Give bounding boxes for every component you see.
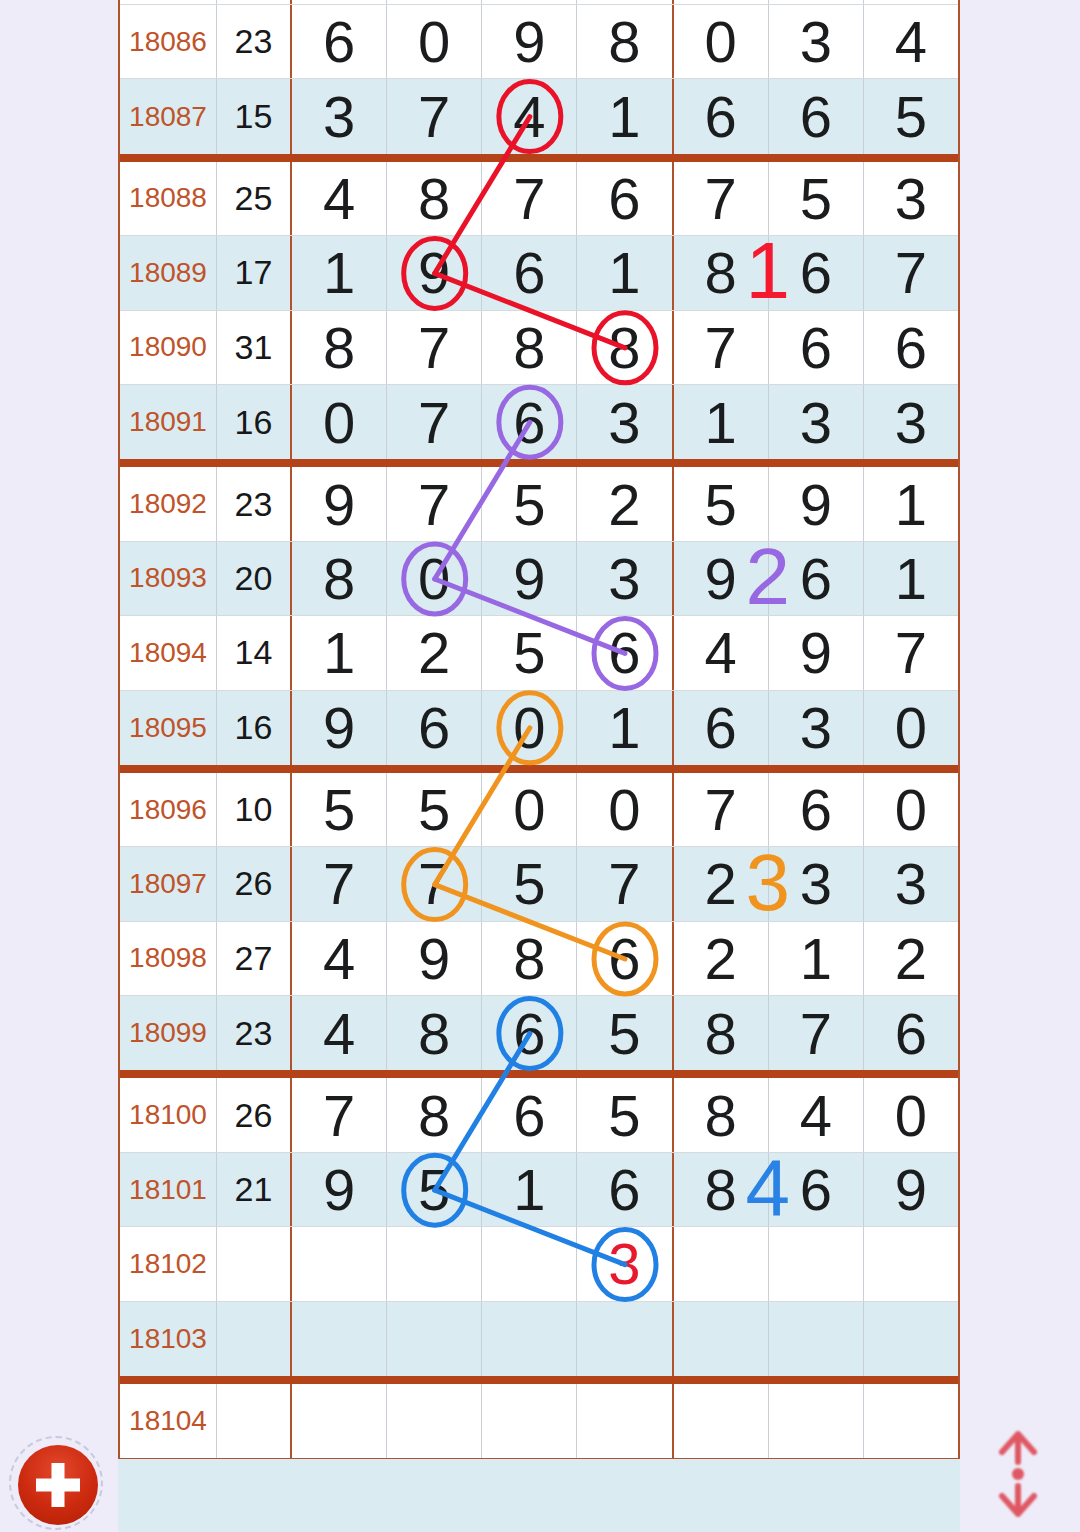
digit-cell: 1 bbox=[864, 542, 958, 615]
row-18103: 18103 bbox=[120, 1302, 958, 1376]
issue-cell: 18104 bbox=[120, 1384, 217, 1458]
issue-cell: 18095 bbox=[120, 691, 217, 765]
digit-cell: 1 bbox=[482, 1153, 577, 1226]
digit-cell: 7 bbox=[387, 847, 482, 920]
digit-cell bbox=[674, 1302, 769, 1376]
row-18095: 18095169601630 bbox=[120, 691, 958, 765]
digit-cell: 6 bbox=[674, 691, 769, 765]
digit-cell: 9 bbox=[769, 616, 864, 689]
row-18104: 18104 bbox=[120, 1384, 958, 1458]
row-18093: 18093208093961 bbox=[120, 542, 958, 616]
digit-cell: 3 bbox=[864, 162, 958, 235]
row-18092: 18092239752591 bbox=[120, 467, 958, 541]
digit-cell bbox=[769, 1227, 864, 1300]
digit-cell: 8 bbox=[674, 236, 769, 309]
digit-cell: 7 bbox=[387, 79, 482, 153]
digit-cell: 6 bbox=[769, 773, 864, 846]
digit-cell bbox=[769, 1302, 864, 1376]
digit-cell bbox=[482, 1227, 577, 1300]
digit-cell bbox=[864, 1227, 958, 1300]
digit-cell bbox=[577, 1384, 673, 1458]
digit-cell: 8 bbox=[387, 996, 482, 1070]
digit-cell bbox=[674, 1227, 769, 1300]
digit-cell: 3 bbox=[769, 385, 864, 459]
digit-cell bbox=[387, 1384, 482, 1458]
sum-cell: 10 bbox=[217, 773, 292, 846]
digit-cell: 7 bbox=[864, 616, 958, 689]
digit-cell: 1 bbox=[292, 236, 387, 309]
digit-cell: 6 bbox=[292, 5, 387, 78]
digit-cell bbox=[482, 0, 577, 4]
digit-cell: 3 bbox=[769, 847, 864, 920]
period-separator bbox=[120, 459, 958, 467]
trend-table: 1808623609803418087153741665180882548767… bbox=[118, 0, 960, 1460]
digit-cell: 9 bbox=[482, 5, 577, 78]
digit-cell: 3 bbox=[577, 1227, 673, 1300]
digit-cell: 7 bbox=[387, 311, 482, 384]
digit-cell: 3 bbox=[864, 847, 958, 920]
digit-cell: 2 bbox=[674, 847, 769, 920]
digit-cell: 7 bbox=[387, 467, 482, 540]
sum-cell: 16 bbox=[217, 385, 292, 459]
period-separator bbox=[120, 765, 958, 773]
sum-cell: 27 bbox=[217, 922, 292, 995]
sum-cell: 26 bbox=[217, 847, 292, 920]
digit-cell: 8 bbox=[674, 1078, 769, 1151]
sum-cell: 17 bbox=[217, 236, 292, 309]
digit-cell: 1 bbox=[577, 79, 673, 153]
issue-cell: 18103 bbox=[120, 1302, 217, 1376]
row-18098: 18098274986212 bbox=[120, 922, 958, 996]
digit-cell: 6 bbox=[577, 616, 673, 689]
row-18087: 18087153741665 bbox=[120, 79, 958, 153]
digit-cell: 7 bbox=[674, 311, 769, 384]
digit-cell: 9 bbox=[387, 236, 482, 309]
digit-cell: 0 bbox=[387, 5, 482, 78]
sum-cell: 31 bbox=[217, 311, 292, 384]
issue-cell: 18090 bbox=[120, 311, 217, 384]
digit-cell: 4 bbox=[482, 79, 577, 153]
sum-cell: 23 bbox=[217, 467, 292, 540]
digit-cell: 0 bbox=[864, 773, 958, 846]
digit-cell: 4 bbox=[292, 996, 387, 1070]
digit-cell: 8 bbox=[292, 311, 387, 384]
digit-cell: 7 bbox=[482, 162, 577, 235]
digit-cell: 3 bbox=[769, 5, 864, 78]
digit-cell: 9 bbox=[482, 542, 577, 615]
digit-cell: 9 bbox=[387, 922, 482, 995]
digit-cell bbox=[674, 1384, 769, 1458]
sum-cell bbox=[217, 1302, 292, 1376]
scroll-indicator[interactable] bbox=[990, 1424, 1046, 1524]
digit-cell: 7 bbox=[864, 236, 958, 309]
digit-cell: 4 bbox=[292, 922, 387, 995]
scroll-up-down-icon bbox=[990, 1424, 1046, 1524]
digit-cell: 1 bbox=[292, 616, 387, 689]
digit-cell bbox=[292, 1384, 387, 1458]
issue-cell: 18097 bbox=[120, 847, 217, 920]
digit-cell: 7 bbox=[674, 773, 769, 846]
digit-cell: 0 bbox=[292, 385, 387, 459]
digit-cell: 9 bbox=[292, 467, 387, 540]
row-18101: 18101219516869 bbox=[120, 1153, 958, 1227]
digit-cell bbox=[482, 1384, 577, 1458]
period-separator bbox=[120, 154, 958, 162]
row-18099: 18099234865876 bbox=[120, 996, 958, 1070]
row-18091: 18091160763133 bbox=[120, 385, 958, 459]
digit-cell: 9 bbox=[674, 542, 769, 615]
digit-cell: 0 bbox=[482, 773, 577, 846]
digit-cell: 0 bbox=[387, 542, 482, 615]
digit-cell bbox=[387, 0, 482, 4]
digit-cell: 6 bbox=[769, 236, 864, 309]
row-18097: 18097267757233 bbox=[120, 847, 958, 921]
digit-cell: 4 bbox=[864, 5, 958, 78]
digit-cell: 7 bbox=[674, 162, 769, 235]
digit-cell: 3 bbox=[577, 385, 673, 459]
digit-cell: 6 bbox=[769, 311, 864, 384]
digit-cell: 8 bbox=[482, 922, 577, 995]
digit-cell bbox=[387, 1302, 482, 1376]
issue-cell: 18101 bbox=[120, 1153, 217, 1226]
digit-cell: 7 bbox=[292, 1078, 387, 1151]
sum-cell: 16 bbox=[217, 691, 292, 765]
digit-cell: 4 bbox=[769, 1078, 864, 1151]
digit-cell: 3 bbox=[769, 691, 864, 765]
digit-cell: 6 bbox=[864, 996, 958, 1070]
digit-cell: 8 bbox=[674, 996, 769, 1070]
period-separator bbox=[120, 1070, 958, 1078]
sum-cell: 23 bbox=[217, 5, 292, 78]
digit-cell bbox=[864, 0, 958, 4]
issue-cell: 18092 bbox=[120, 467, 217, 540]
digit-cell: 1 bbox=[674, 385, 769, 459]
digit-cell: 0 bbox=[482, 691, 577, 765]
sum-cell: 26 bbox=[217, 1078, 292, 1151]
digit-cell: 8 bbox=[292, 542, 387, 615]
digit-cell: 1 bbox=[577, 236, 673, 309]
digit-cell bbox=[864, 1384, 958, 1458]
digit-cell: 4 bbox=[292, 162, 387, 235]
digit-cell bbox=[292, 0, 387, 4]
digit-cell bbox=[292, 1227, 387, 1300]
digit-cell: 6 bbox=[864, 311, 958, 384]
digit-cell: 6 bbox=[577, 922, 673, 995]
issue-cell: 18093 bbox=[120, 542, 217, 615]
plus-icon bbox=[18, 1445, 98, 1525]
issue-cell bbox=[120, 0, 217, 4]
digit-cell: 9 bbox=[292, 1153, 387, 1226]
digit-cell: 8 bbox=[387, 1078, 482, 1151]
digit-cell: 6 bbox=[769, 79, 864, 153]
issue-cell: 18096 bbox=[120, 773, 217, 846]
digit-cell: 5 bbox=[292, 773, 387, 846]
row-18100: 18100267865840 bbox=[120, 1078, 958, 1152]
digit-cell: 8 bbox=[674, 1153, 769, 1226]
digit-cell: 9 bbox=[864, 1153, 958, 1226]
digit-cell: 5 bbox=[864, 79, 958, 153]
sum-cell: 23 bbox=[217, 996, 292, 1070]
digit-cell bbox=[769, 0, 864, 4]
digit-cell: 6 bbox=[482, 996, 577, 1070]
issue-cell: 18086 bbox=[120, 5, 217, 78]
digit-cell: 9 bbox=[769, 467, 864, 540]
digit-cell: 2 bbox=[674, 922, 769, 995]
digit-cell: 7 bbox=[769, 996, 864, 1070]
sum-cell bbox=[217, 1227, 292, 1300]
digit-cell: 6 bbox=[387, 691, 482, 765]
digit-cell: 2 bbox=[864, 922, 958, 995]
issue-cell: 18102 bbox=[120, 1227, 217, 1300]
digit-cell: 5 bbox=[482, 616, 577, 689]
add-button[interactable] bbox=[18, 1445, 98, 1525]
digit-cell bbox=[674, 0, 769, 4]
issue-cell: 18100 bbox=[120, 1078, 217, 1151]
digit-cell: 5 bbox=[674, 467, 769, 540]
digit-cell bbox=[482, 1302, 577, 1376]
digit-cell: 8 bbox=[577, 311, 673, 384]
digit-cell: 6 bbox=[577, 162, 673, 235]
digit-cell bbox=[577, 1302, 673, 1376]
digit-cell: 5 bbox=[577, 1078, 673, 1151]
digit-cell: 2 bbox=[577, 467, 673, 540]
digit-cell: 8 bbox=[387, 162, 482, 235]
sum-cell: 21 bbox=[217, 1153, 292, 1226]
digit-cell: 2 bbox=[387, 616, 482, 689]
lottery-trend-page: 1808623609803418087153741665180882548767… bbox=[0, 0, 1080, 1532]
digit-cell: 5 bbox=[387, 1153, 482, 1226]
digit-cell: 5 bbox=[387, 773, 482, 846]
sum-cell: 14 bbox=[217, 616, 292, 689]
digit-cell: 3 bbox=[864, 385, 958, 459]
issue-cell: 18099 bbox=[120, 996, 217, 1070]
digit-cell: 3 bbox=[577, 542, 673, 615]
issue-cell: 18087 bbox=[120, 79, 217, 153]
row-18089: 18089171961867 bbox=[120, 236, 958, 310]
digit-cell: 1 bbox=[864, 467, 958, 540]
sum-cell bbox=[217, 0, 292, 4]
digit-cell: 7 bbox=[387, 385, 482, 459]
row-18094: 18094141256497 bbox=[120, 616, 958, 690]
digit-cell: 5 bbox=[769, 162, 864, 235]
digit-cell: 4 bbox=[674, 616, 769, 689]
digit-cell bbox=[292, 1302, 387, 1376]
digit-cell bbox=[864, 1302, 958, 1376]
issue-cell: 18088 bbox=[120, 162, 217, 235]
digit-cell: 6 bbox=[769, 1153, 864, 1226]
digit-cell: 7 bbox=[577, 847, 673, 920]
digit-cell: 5 bbox=[482, 847, 577, 920]
digit-cell: 0 bbox=[674, 5, 769, 78]
period-separator bbox=[120, 1376, 958, 1384]
digit-cell bbox=[387, 1227, 482, 1300]
digit-cell: 6 bbox=[482, 236, 577, 309]
digit-cell: 6 bbox=[769, 542, 864, 615]
sum-cell bbox=[217, 1384, 292, 1458]
issue-cell: 18091 bbox=[120, 385, 217, 459]
digit-cell: 8 bbox=[577, 5, 673, 78]
digit-cell: 1 bbox=[769, 922, 864, 995]
row-18102: 181023 bbox=[120, 1227, 958, 1301]
sum-cell: 20 bbox=[217, 542, 292, 615]
digit-cell bbox=[769, 1384, 864, 1458]
digit-cell: 5 bbox=[577, 996, 673, 1070]
issue-cell: 18094 bbox=[120, 616, 217, 689]
digit-cell: 0 bbox=[864, 1078, 958, 1151]
issue-cell: 18098 bbox=[120, 922, 217, 995]
digit-cell: 0 bbox=[577, 773, 673, 846]
sum-cell: 25 bbox=[217, 162, 292, 235]
digit-cell: 6 bbox=[482, 1078, 577, 1151]
row-18088: 18088254876753 bbox=[120, 162, 958, 236]
digit-cell: 1 bbox=[577, 691, 673, 765]
digit-cell: 6 bbox=[674, 79, 769, 153]
row-18096: 18096105500760 bbox=[120, 773, 958, 847]
digit-cell: 9 bbox=[292, 691, 387, 765]
sum-cell: 15 bbox=[217, 79, 292, 153]
table-footer-strip bbox=[118, 1459, 960, 1532]
digit-cell: 8 bbox=[482, 311, 577, 384]
digit-cell: 5 bbox=[482, 467, 577, 540]
row-18090: 18090318788766 bbox=[120, 311, 958, 385]
digit-cell: 6 bbox=[482, 385, 577, 459]
digit-cell: 7 bbox=[292, 847, 387, 920]
digit-cell bbox=[577, 0, 673, 4]
digit-cell: 6 bbox=[577, 1153, 673, 1226]
digit-cell: 3 bbox=[292, 79, 387, 153]
row-18086: 18086236098034 bbox=[120, 5, 958, 79]
issue-cell: 18089 bbox=[120, 236, 217, 309]
digit-cell: 0 bbox=[864, 691, 958, 765]
